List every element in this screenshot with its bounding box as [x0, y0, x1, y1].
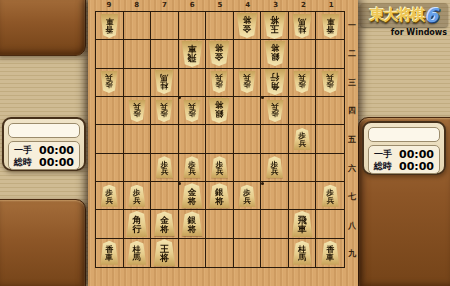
shogi-piece-sente-P[interactable]: 歩兵	[128, 185, 146, 207]
piece-kanji: 車	[105, 17, 113, 25]
board-cell-2一[interactable]: 桂馬	[289, 12, 317, 40]
board-cell-4八[interactable]	[234, 210, 262, 238]
star-point	[261, 182, 264, 185]
piece-kanji: 金	[215, 53, 224, 62]
app-logo: 東大将棋6 for Windows	[358, 3, 450, 37]
shogi-piece-gote-L[interactable]: 香車	[321, 14, 340, 38]
board-cell-3九[interactable]	[261, 239, 289, 267]
piece-kanji: 兵	[161, 102, 169, 110]
board-cell-8九[interactable]: 桂馬	[124, 239, 152, 267]
board-cell-6七[interactable]: 金将	[179, 182, 207, 210]
file-label: 7	[151, 0, 179, 11]
piece-kanji: 銀	[270, 53, 279, 62]
shogi-piece-sente-S[interactable]: 銀将	[181, 211, 203, 236]
total-time-label: 総時	[14, 156, 32, 169]
piece-kanji: 将	[215, 44, 224, 53]
piece-kanji: 兵	[326, 74, 334, 82]
board-cell-6六[interactable]: 歩兵	[179, 154, 207, 182]
file-label: 2	[289, 0, 317, 11]
board-cell-4三[interactable]: 歩兵	[234, 69, 262, 97]
board-cell-9五[interactable]	[96, 125, 124, 153]
board-cell-6九[interactable]	[179, 239, 207, 267]
shogi-piece-sente-G[interactable]: 金将	[181, 183, 203, 208]
rank-label: 三	[346, 77, 358, 88]
board-cell-3一[interactable]: 玉将	[261, 12, 289, 40]
board-cell-4五[interactable]	[234, 125, 262, 153]
rank-label: 五	[346, 134, 358, 145]
shogi-piece-gote-P[interactable]: 歩兵	[321, 71, 339, 93]
board-cell-8二[interactable]	[124, 40, 152, 68]
total-time-label: 総時	[374, 160, 392, 173]
shogi-piece-gote-P[interactable]: 歩兵	[210, 71, 228, 93]
board-cell-9九[interactable]: 香車	[96, 239, 124, 267]
rank-coordinates: 一二三四五六七八九	[346, 11, 358, 268]
shogi-piece-gote-S[interactable]: 銀将	[208, 98, 230, 123]
board-cell-7七[interactable]	[151, 182, 179, 210]
piece-kanji: 兵	[243, 197, 251, 205]
file-label: 3	[262, 0, 290, 11]
board-cell-2七[interactable]	[289, 182, 317, 210]
board-cell-2四[interactable]	[289, 97, 317, 125]
board-cell-8四[interactable]: 歩兵	[124, 97, 152, 125]
board-cell-3六[interactable]: 歩兵	[261, 154, 289, 182]
board-cell-4四[interactable]	[234, 97, 262, 125]
left-move-time-row: 一手 00:00	[14, 144, 74, 156]
piece-kanji: 車	[187, 44, 196, 53]
board-cell-7二[interactable]	[151, 40, 179, 68]
piece-kanji: 馬	[160, 73, 168, 81]
total-time-value: 00:00	[39, 156, 74, 169]
piece-kanji: 馬	[298, 17, 306, 25]
board-cell-3四[interactable]: 歩兵	[261, 97, 289, 125]
piece-kanji: 兵	[106, 197, 114, 205]
piece-kanji: 歩	[216, 81, 224, 89]
rank-label: 四	[346, 105, 358, 116]
shogi-board: 987654321 一二三四五六七八九 香車金将玉将桂馬香車飛車金将銀将歩兵桂馬…	[88, 0, 358, 286]
shogi-piece-gote-R[interactable]: 飛車	[181, 41, 203, 67]
board-cell-6五[interactable]	[179, 125, 207, 153]
piece-kanji: 将	[270, 16, 279, 25]
board-cell-9七[interactable]: 歩兵	[96, 182, 124, 210]
board-cell-9三[interactable]: 歩兵	[96, 69, 124, 97]
shogi-piece-sente-B[interactable]: 角行	[126, 211, 148, 237]
board-cell-8六[interactable]	[124, 154, 152, 182]
shogi-piece-sente-N[interactable]: 桂馬	[292, 241, 312, 265]
shogi-piece-gote-P[interactable]: 歩兵	[266, 100, 284, 122]
board-cell-9二[interactable]	[96, 40, 124, 68]
rank-label: 一	[346, 20, 358, 31]
file-label: 4	[234, 0, 262, 11]
piece-kanji: 将	[188, 225, 197, 234]
rank-label: 八	[346, 220, 358, 231]
piece-kanji: 玉	[270, 25, 279, 34]
shogi-piece-sente-N[interactable]: 桂馬	[127, 241, 147, 265]
piece-kanji: 車	[326, 17, 334, 25]
file-label: 1	[317, 0, 345, 11]
rank-label: 六	[346, 163, 358, 174]
piece-kanji: 兵	[161, 168, 169, 176]
piece-kanji: 兵	[188, 168, 196, 176]
shogi-piece-sente-P[interactable]: 歩兵	[238, 185, 256, 207]
board-cell-1五[interactable]	[316, 125, 344, 153]
shogi-piece-sente-P[interactable]: 歩兵	[293, 128, 311, 150]
board-grid: 香車金将玉将桂馬香車飛車金将銀将歩兵桂馬歩兵歩兵角行歩兵歩兵歩兵歩兵歩兵銀将歩兵…	[95, 11, 345, 268]
board-cell-1三[interactable]: 歩兵	[316, 69, 344, 97]
board-cell-6一[interactable]	[179, 12, 207, 40]
piece-kanji: 行	[132, 225, 141, 234]
piece-kanji: 兵	[271, 102, 279, 110]
shogi-piece-gote-P[interactable]: 歩兵	[100, 71, 118, 93]
piece-kanji: 兵	[216, 168, 224, 176]
piece-kanji: 車	[105, 254, 113, 262]
piece-kanji: 行	[270, 72, 279, 81]
logo-subtitle: for Windows	[358, 28, 450, 37]
piece-kanji: 馬	[133, 254, 141, 262]
total-time-value: 00:00	[399, 160, 434, 173]
board-cell-6二[interactable]: 飛車	[179, 40, 207, 68]
board-cell-3五[interactable]	[261, 125, 289, 153]
file-label: 5	[206, 0, 234, 11]
board-cell-9八[interactable]	[96, 210, 124, 238]
board-cell-7一[interactable]	[151, 12, 179, 40]
right-clock-panel: 一手 00:00 総時 00:00	[362, 121, 446, 175]
file-coordinates: 987654321	[95, 0, 345, 11]
shogi-piece-gote-B[interactable]: 角行	[264, 69, 286, 95]
shogi-piece-sente-P[interactable]: 歩兵	[321, 185, 339, 207]
shogi-piece-gote-P[interactable]: 歩兵	[293, 71, 311, 93]
board-cell-5八[interactable]	[206, 210, 234, 238]
right-total-time-row: 総時 00:00	[374, 160, 434, 172]
shogi-piece-gote-L[interactable]: 香車	[100, 14, 119, 38]
shogi-piece-gote-N[interactable]: 桂馬	[292, 14, 312, 38]
board-cell-5九[interactable]	[206, 239, 234, 267]
board-cell-7四[interactable]: 歩兵	[151, 97, 179, 125]
piece-kanji: 兵	[133, 102, 141, 110]
board-cell-1七[interactable]: 歩兵	[316, 182, 344, 210]
board-cell-1六[interactable]	[316, 154, 344, 182]
shogi-piece-sente-P[interactable]: 歩兵	[266, 156, 284, 178]
shogi-piece-sente-P[interactable]: 歩兵	[100, 185, 118, 207]
board-cell-7五[interactable]	[151, 125, 179, 153]
piece-kanji: 将	[215, 101, 224, 110]
piece-stand-top-left	[0, 0, 86, 56]
logo-title: 東大将棋	[370, 6, 424, 25]
board-cell-5二[interactable]: 金将	[206, 40, 234, 68]
piece-kanji: 歩	[298, 81, 306, 89]
piece-kanji: 兵	[326, 197, 334, 205]
shogi-piece-gote-P[interactable]: 歩兵	[183, 100, 201, 122]
piece-kanji: 兵	[271, 168, 279, 176]
right-player-name-field[interactable]	[368, 127, 440, 142]
piece-kanji: 馬	[298, 254, 306, 262]
board-cell-3二[interactable]: 銀将	[261, 40, 289, 68]
board-cell-2九[interactable]: 桂馬	[289, 239, 317, 267]
star-point	[178, 96, 181, 99]
board-cell-2八[interactable]: 飛車	[289, 210, 317, 238]
board-cell-9一[interactable]: 香車	[96, 12, 124, 40]
logo-version: 6	[425, 4, 438, 26]
file-label: 9	[95, 0, 123, 11]
piece-kanji: 兵	[106, 74, 114, 82]
board-cell-3七[interactable]	[261, 182, 289, 210]
board-cell-8一[interactable]	[124, 12, 152, 40]
shogi-piece-gote-P[interactable]: 歩兵	[128, 100, 146, 122]
rank-label: 九	[346, 248, 358, 259]
board-cell-6八[interactable]: 銀将	[179, 210, 207, 238]
board-cell-1四[interactable]	[316, 97, 344, 125]
left-time-display: 一手 00:00 総時 00:00	[8, 141, 80, 170]
left-clock-panel: 一手 00:00 総時 00:00	[2, 117, 86, 171]
logo-plate: 東大将棋6	[360, 3, 448, 27]
piece-kanji: 車	[326, 254, 334, 262]
shogi-piece-gote-P[interactable]: 歩兵	[238, 71, 256, 93]
board-cell-8七[interactable]: 歩兵	[124, 182, 152, 210]
board-cell-5一[interactable]	[206, 12, 234, 40]
board-cell-5五[interactable]	[206, 125, 234, 153]
piece-kanji: 将	[270, 44, 279, 53]
board-cell-1九[interactable]: 香車	[316, 239, 344, 267]
left-player-name-field[interactable]	[8, 123, 80, 138]
shogi-piece-sente-L[interactable]: 香車	[100, 241, 119, 265]
piece-kanji: 車	[298, 225, 307, 234]
piece-kanji: 銀	[215, 110, 224, 119]
board-cell-3三[interactable]: 角行	[261, 69, 289, 97]
board-cell-4一[interactable]: 金将	[234, 12, 262, 40]
right-move-time-row: 一手 00:00	[374, 148, 434, 160]
board-cell-5七[interactable]: 銀将	[206, 182, 234, 210]
board-cell-7三[interactable]: 桂馬	[151, 69, 179, 97]
piece-kanji: 歩	[106, 81, 114, 89]
shogi-piece-sente-P[interactable]: 歩兵	[183, 156, 201, 178]
board-cell-7八[interactable]: 金将	[151, 210, 179, 238]
shogi-piece-gote-N[interactable]: 桂馬	[154, 70, 174, 94]
piece-stand-bottom-left	[0, 199, 86, 286]
piece-kanji: 歩	[243, 81, 251, 89]
piece-kanji: 将	[243, 16, 252, 25]
shogi-piece-gote-G[interactable]: 金将	[236, 13, 258, 38]
piece-kanji: 兵	[216, 74, 224, 82]
board-cell-1一[interactable]: 香車	[316, 12, 344, 40]
board-cell-7六[interactable]: 歩兵	[151, 154, 179, 182]
board-cell-2二[interactable]	[289, 40, 317, 68]
shogi-piece-sente-G[interactable]: 金将	[153, 211, 175, 236]
rank-label: 二	[346, 48, 358, 59]
shogi-piece-gote-K[interactable]: 玉将	[263, 12, 286, 39]
file-label: 8	[123, 0, 151, 11]
board-cell-4七[interactable]: 歩兵	[234, 182, 262, 210]
board-cell-1二[interactable]	[316, 40, 344, 68]
shogi-piece-sente-K[interactable]: 王将	[153, 239, 176, 266]
shogi-piece-sente-S[interactable]: 銀将	[208, 183, 230, 208]
board-cell-3八[interactable]	[261, 210, 289, 238]
piece-kanji: 飛	[187, 53, 196, 62]
board-cell-4六[interactable]	[234, 154, 262, 182]
board-cell-2三[interactable]: 歩兵	[289, 69, 317, 97]
board-cell-6三[interactable]	[179, 69, 207, 97]
board-cell-9六[interactable]	[96, 154, 124, 182]
file-label: 6	[178, 0, 206, 11]
board-cell-1八[interactable]	[316, 210, 344, 238]
board-cell-2六[interactable]	[289, 154, 317, 182]
shogi-piece-sente-R[interactable]: 飛車	[291, 211, 313, 237]
shogi-piece-gote-S[interactable]: 銀将	[264, 41, 286, 66]
piece-kanji: 金	[243, 25, 252, 34]
piece-kanji: 将	[160, 254, 169, 263]
board-cell-8五[interactable]	[124, 125, 152, 153]
board-cell-8三[interactable]	[124, 69, 152, 97]
app-window: 987654321 一二三四五六七八九 香車金将玉将桂馬香車飛車金将銀将歩兵桂馬…	[0, 0, 450, 286]
piece-kanji: 角	[270, 81, 279, 90]
board-cell-4二[interactable]	[234, 40, 262, 68]
board-cell-8八[interactable]: 角行	[124, 210, 152, 238]
piece-kanji: 兵	[243, 74, 251, 82]
piece-kanji: 将	[160, 225, 169, 234]
shogi-piece-sente-P[interactable]: 歩兵	[155, 156, 173, 178]
board-cell-5四[interactable]: 銀将	[206, 97, 234, 125]
piece-kanji: 将	[215, 197, 224, 206]
left-total-time-row: 総時 00:00	[14, 156, 74, 168]
piece-kanji: 兵	[298, 74, 306, 82]
shogi-piece-sente-L[interactable]: 香車	[321, 241, 340, 265]
board-cell-9四[interactable]	[96, 97, 124, 125]
board-cell-2五[interactable]: 歩兵	[289, 125, 317, 153]
shogi-piece-gote-G[interactable]: 金将	[208, 41, 230, 66]
shogi-piece-sente-P[interactable]: 歩兵	[210, 156, 228, 178]
board-cell-6四[interactable]: 歩兵	[179, 97, 207, 125]
star-point	[178, 182, 181, 185]
piece-kanji: 兵	[133, 197, 141, 205]
piece-kanji: 兵	[298, 140, 306, 148]
piece-kanji: 桂	[160, 81, 168, 89]
piece-kanji: 兵	[188, 102, 196, 110]
rank-label: 七	[346, 191, 358, 202]
right-time-display: 一手 00:00 総時 00:00	[368, 145, 440, 174]
piece-kanji: 将	[188, 197, 197, 206]
piece-kanji: 歩	[326, 81, 334, 89]
shogi-piece-gote-P[interactable]: 歩兵	[155, 100, 173, 122]
board-cell-7九[interactable]: 王将	[151, 239, 179, 267]
board-cell-4九[interactable]	[234, 239, 262, 267]
board-cell-5三[interactable]: 歩兵	[206, 69, 234, 97]
board-cell-5六[interactable]: 歩兵	[206, 154, 234, 182]
